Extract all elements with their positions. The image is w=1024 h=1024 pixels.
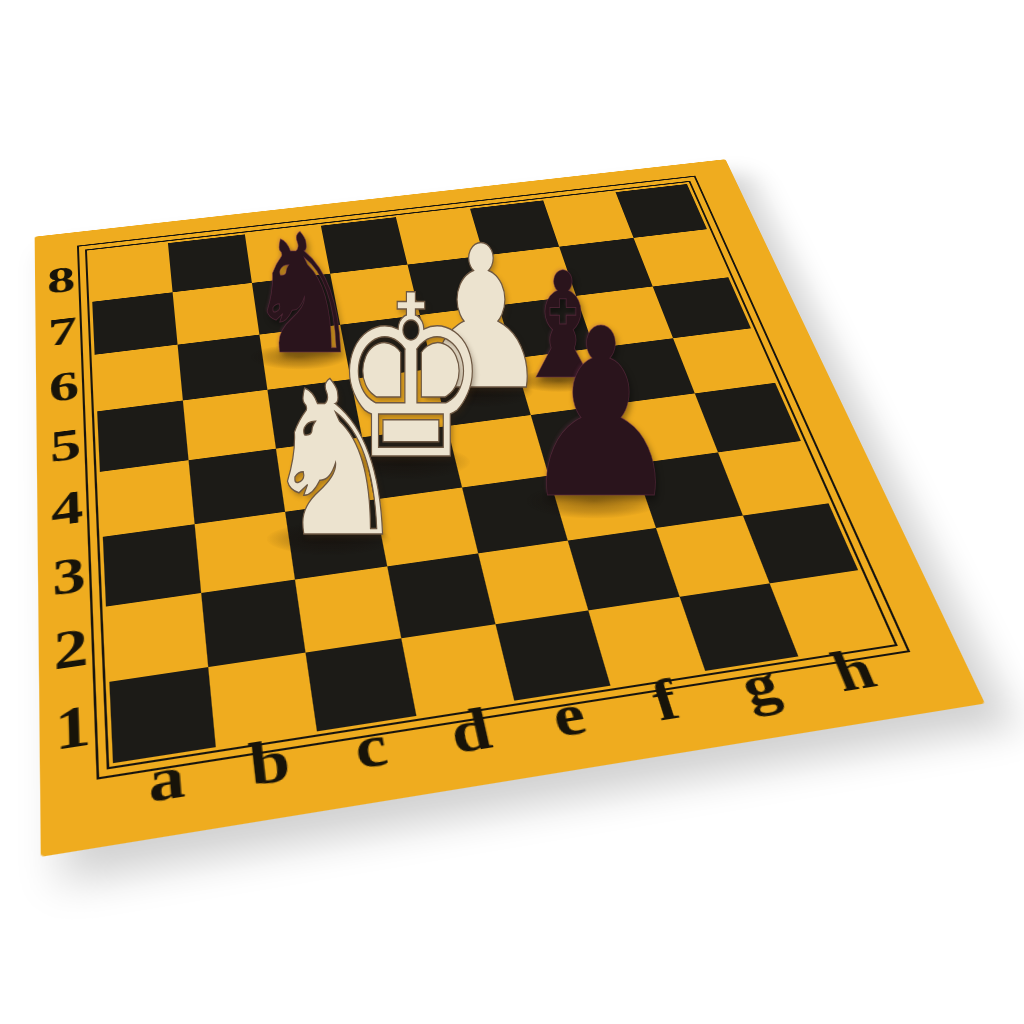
rank-label-3: 3	[40, 538, 99, 616]
chess-mat: 87654321 abcdefgh	[35, 159, 985, 857]
rank-label-2: 2	[41, 608, 102, 692]
file-label-b: b	[214, 717, 325, 809]
file-label-d: d	[414, 687, 529, 776]
product-photo: 87654321 abcdefgh ♞♟♝♚♞♟	[0, 0, 1024, 1024]
rank-label-8: 8	[37, 253, 86, 309]
file-label-c: c	[315, 702, 428, 793]
file-label-a: a	[112, 733, 221, 827]
rank-label-4: 4	[39, 473, 96, 546]
rank-label-7: 7	[37, 302, 88, 361]
rank-label-6: 6	[38, 356, 91, 419]
rank-label-1: 1	[42, 683, 106, 774]
rank-label-5: 5	[39, 412, 94, 480]
